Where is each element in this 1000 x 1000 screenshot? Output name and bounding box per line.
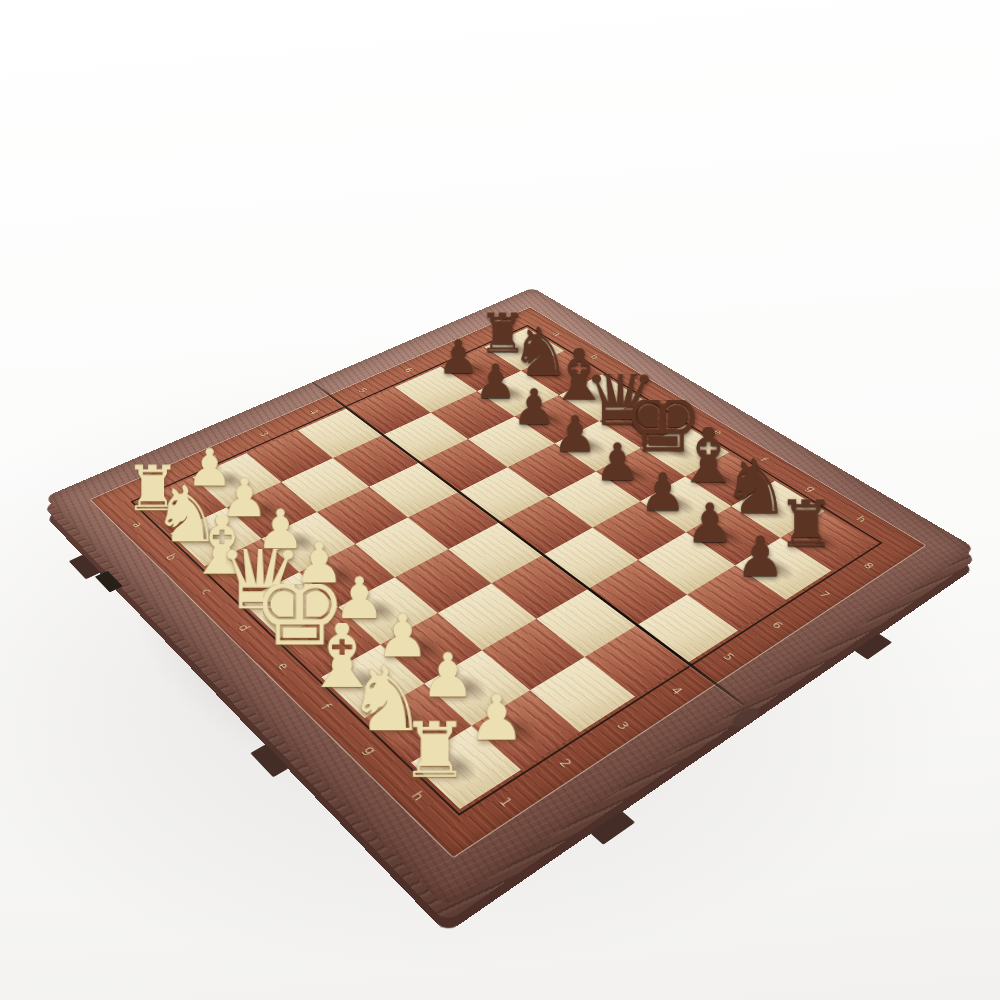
- chess-board: abcdefgh abcdefgh 87654321 87654321 ♜♞♟♝…: [45, 288, 975, 908]
- piece-white-rook-h1[interactable]: ♜: [395, 705, 475, 785]
- pawn-glyph: ♟: [468, 689, 524, 747]
- pawn-glyph: ♟: [735, 531, 785, 582]
- scene: abcdefgh abcdefgh 87654321 87654321 ♜♞♟♝…: [0, 0, 1000, 1000]
- rook-glyph: ♜: [400, 715, 469, 786]
- piece-black-pawn-h7[interactable]: ♟: [726, 513, 795, 582]
